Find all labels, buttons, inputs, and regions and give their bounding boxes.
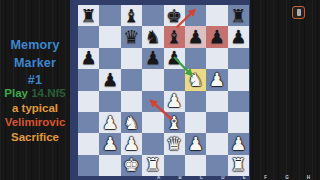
play-label: Play	[4, 87, 28, 99]
square-b4[interactable]	[99, 91, 120, 112]
square-e7[interactable]: ♝	[164, 26, 185, 47]
square-h4[interactable]	[228, 91, 249, 112]
square-c5[interactable]	[121, 69, 142, 90]
black-pawn-h7: ♟	[230, 28, 246, 46]
square-c7[interactable]: ♛	[121, 26, 142, 47]
square-e3[interactable]: ♝	[164, 112, 185, 133]
square-c2[interactable]: ♟	[121, 133, 142, 154]
white-knight-c3: ♞	[123, 113, 139, 131]
square-a5[interactable]	[78, 69, 99, 90]
square-h6[interactable]	[228, 48, 249, 69]
white-pawn-h2: ♟	[230, 134, 246, 152]
square-a6[interactable]: ♟	[78, 48, 99, 69]
square-g2[interactable]	[206, 133, 227, 154]
square-h8[interactable]: ♜	[228, 5, 249, 26]
square-d8[interactable]	[142, 5, 163, 26]
square-g1[interactable]	[206, 155, 227, 176]
white-pawn-e4: ♟	[166, 92, 182, 110]
black-bishop-e7: ♝	[166, 28, 182, 46]
white-pawn-f2: ♟	[187, 134, 203, 152]
square-b2[interactable]: ♟	[99, 133, 120, 154]
white-bishop-e3: ♝	[166, 113, 182, 131]
square-g4[interactable]	[206, 91, 227, 112]
subtitle-line-1: a typical	[0, 101, 70, 116]
square-d5[interactable]	[142, 69, 163, 90]
square-h7[interactable]: ♟	[228, 26, 249, 47]
square-b5[interactable]: ♟	[99, 69, 120, 90]
square-b3[interactable]: ♟	[99, 112, 120, 133]
white-pawn-g5: ♟	[209, 70, 225, 88]
square-c1[interactable]: ♚	[121, 155, 142, 176]
title-line-2: Marker	[0, 55, 70, 73]
square-h5[interactable]	[228, 69, 249, 90]
square-d2[interactable]	[142, 133, 163, 154]
play-move-line: Play 14.Nf5	[0, 86, 70, 101]
square-b6[interactable]	[99, 48, 120, 69]
black-pawn-g7: ♟	[209, 28, 225, 46]
square-c8[interactable]: ♝	[121, 5, 142, 26]
square-e5[interactable]	[164, 69, 185, 90]
black-bishop-c8: ♝	[123, 6, 139, 24]
square-a3[interactable]	[78, 112, 99, 133]
square-a4[interactable]	[78, 91, 99, 112]
square-d4[interactable]	[142, 91, 163, 112]
white-rook-d1: ♜	[145, 156, 161, 174]
black-queen-c7: ♛	[123, 28, 139, 46]
white-pawn-c2: ♟	[123, 134, 139, 152]
white-pawn-b3: ♟	[102, 113, 118, 131]
video-frame: Memory Marker #1 Play 14.Nf5 a typical V…	[0, 0, 320, 180]
white-knight-f5: ♞	[187, 70, 203, 88]
black-rook-h8: ♜	[230, 6, 246, 24]
subtitle-line-2: Velimirovic	[0, 115, 70, 130]
square-d1[interactable]: ♜	[142, 155, 163, 176]
square-c6[interactable]	[121, 48, 142, 69]
square-e6[interactable]: ♟	[164, 48, 185, 69]
file-label-f: F	[255, 175, 276, 180]
black-pawn-f7: ♟	[187, 28, 203, 46]
square-f4[interactable]	[185, 91, 206, 112]
instruction-text: Play 14.Nf5 a typical Velimirovic Sacrif…	[0, 86, 70, 144]
black-pawn-e6: ♟	[166, 49, 182, 67]
square-f1[interactable]	[185, 155, 206, 176]
black-knight-d7: ♞	[145, 28, 161, 46]
square-b8[interactable]	[99, 5, 120, 26]
square-a2[interactable]	[78, 133, 99, 154]
square-h1[interactable]: ♜	[228, 155, 249, 176]
square-e1[interactable]	[164, 155, 185, 176]
square-b7[interactable]	[99, 26, 120, 47]
square-g7[interactable]: ♟	[206, 26, 227, 47]
square-e4[interactable]: ♟	[164, 91, 185, 112]
black-pawn-b5: ♟	[102, 70, 118, 88]
memory-marker-title: Memory Marker #1	[0, 37, 70, 90]
channel-logo-icon	[292, 6, 305, 19]
square-d3[interactable]	[142, 112, 163, 133]
channel-logo-mark	[297, 9, 301, 16]
square-f5[interactable]: ♞	[185, 69, 206, 90]
black-rook-a8: ♜	[81, 6, 97, 24]
square-c4[interactable]	[121, 91, 142, 112]
left-text-panel: Memory Marker #1 Play 14.Nf5 a typical V…	[0, 0, 70, 180]
square-f7[interactable]: ♟	[185, 26, 206, 47]
chess-board: ♜♝♚♜♛♞♝♟♟♟♟♟♟♟♞♟♟♟♞♝♟♟♛♟♟♚♜♜	[78, 5, 249, 176]
square-b1[interactable]	[99, 155, 120, 176]
square-f8[interactable]	[185, 5, 206, 26]
file-label-g: G	[276, 175, 297, 180]
square-f2[interactable]: ♟	[185, 133, 206, 154]
square-d7[interactable]: ♞	[142, 26, 163, 47]
white-rook-h1: ♜	[230, 156, 246, 174]
white-queen-e2: ♛	[166, 134, 182, 152]
white-king-c1: ♚	[123, 156, 139, 174]
square-e2[interactable]: ♛	[164, 133, 185, 154]
square-g6[interactable]	[206, 48, 227, 69]
square-d6[interactable]: ♟	[142, 48, 163, 69]
square-a7[interactable]	[78, 26, 99, 47]
square-h3[interactable]	[228, 112, 249, 133]
subtitle-line-3: Sacrifice	[0, 130, 70, 145]
square-a1[interactable]	[78, 155, 99, 176]
black-king-e8: ♚	[166, 6, 182, 24]
black-pawn-d6: ♟	[145, 49, 161, 67]
square-f6[interactable]	[185, 48, 206, 69]
square-g5[interactable]: ♟	[206, 69, 227, 90]
square-e8[interactable]: ♚	[164, 5, 185, 26]
square-g3[interactable]	[206, 112, 227, 133]
square-c3[interactable]: ♞	[121, 112, 142, 133]
square-f3[interactable]	[185, 112, 206, 133]
square-a8[interactable]: ♜	[78, 5, 99, 26]
move-label: 14.Nf5	[31, 87, 66, 99]
square-h2[interactable]: ♟	[228, 133, 249, 154]
square-g8[interactable]	[206, 5, 227, 26]
white-pawn-b2: ♟	[102, 134, 118, 152]
black-pawn-a6: ♟	[81, 49, 97, 67]
title-line-1: Memory	[0, 37, 70, 55]
file-label-h: H	[298, 175, 319, 180]
